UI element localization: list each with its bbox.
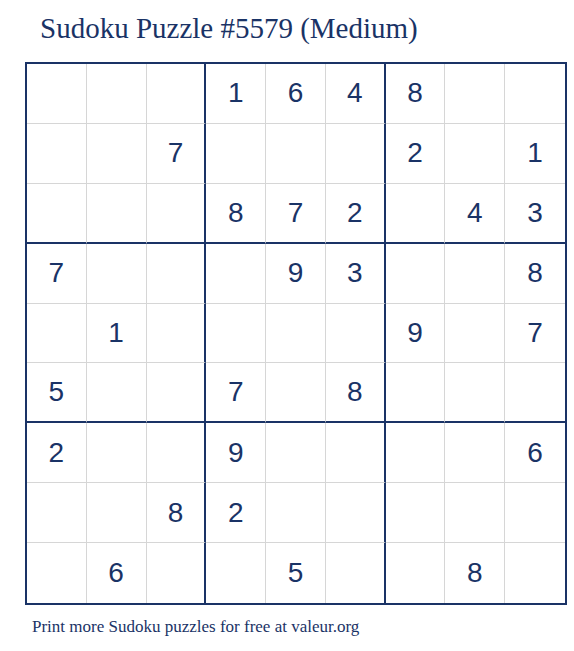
cell-r5c3 [147, 304, 207, 364]
cell-r8c3: 8 [147, 483, 207, 543]
cell-r1c6: 4 [326, 64, 386, 124]
cell-r4c4 [206, 244, 266, 304]
cell-r1c7: 8 [386, 64, 446, 124]
cell-r2c5 [266, 124, 326, 184]
cell-r9c4 [206, 543, 266, 603]
cell-r8c2 [87, 483, 147, 543]
cell-r8c7 [386, 483, 446, 543]
cell-r2c3: 7 [147, 124, 207, 184]
cell-r8c5 [266, 483, 326, 543]
cell-r2c9: 1 [505, 124, 565, 184]
cell-r2c1 [27, 124, 87, 184]
cell-r7c9: 6 [505, 423, 565, 483]
footer-text: Print more Sudoku puzzles for free at va… [32, 617, 359, 637]
cell-r3c5: 7 [266, 184, 326, 244]
cell-r7c8 [445, 423, 505, 483]
cell-r3c2 [87, 184, 147, 244]
page-root: { "game": "sudoku", "title": "Sudoku Puz… [0, 0, 574, 651]
cell-r4c8 [445, 244, 505, 304]
cell-r6c9 [505, 363, 565, 423]
cell-r1c3 [147, 64, 207, 124]
cell-r6c1: 5 [27, 363, 87, 423]
cell-r8c9 [505, 483, 565, 543]
cell-r8c6 [326, 483, 386, 543]
cell-r5c2: 1 [87, 304, 147, 364]
cell-r6c5 [266, 363, 326, 423]
cell-r1c2 [87, 64, 147, 124]
cell-r4c5: 9 [266, 244, 326, 304]
cell-r5c5 [266, 304, 326, 364]
cell-r9c1 [27, 543, 87, 603]
cell-r5c9: 7 [505, 304, 565, 364]
cell-r9c7 [386, 543, 446, 603]
cell-r5c8 [445, 304, 505, 364]
cell-r8c4: 2 [206, 483, 266, 543]
cell-r4c6: 3 [326, 244, 386, 304]
cell-r7c7 [386, 423, 446, 483]
cell-r3c7 [386, 184, 446, 244]
cell-r4c9: 8 [505, 244, 565, 304]
cell-r1c9 [505, 64, 565, 124]
cell-r6c2 [87, 363, 147, 423]
cell-r6c8 [445, 363, 505, 423]
cell-r2c2 [87, 124, 147, 184]
cell-r3c3 [147, 184, 207, 244]
cell-r7c4: 9 [206, 423, 266, 483]
cell-r4c3 [147, 244, 207, 304]
cell-r1c8 [445, 64, 505, 124]
cell-r1c1 [27, 64, 87, 124]
cell-r4c7 [386, 244, 446, 304]
cell-r9c6 [326, 543, 386, 603]
cell-r4c2 [87, 244, 147, 304]
cell-r2c6 [326, 124, 386, 184]
cell-r1c5: 6 [266, 64, 326, 124]
cell-r3c6: 2 [326, 184, 386, 244]
puzzle-title: Sudoku Puzzle #5579 (Medium) [40, 12, 418, 45]
cell-r1c4: 1 [206, 64, 266, 124]
cell-r7c1: 2 [27, 423, 87, 483]
cell-r6c7 [386, 363, 446, 423]
cell-r7c5 [266, 423, 326, 483]
cell-r6c3 [147, 363, 207, 423]
cell-r2c8 [445, 124, 505, 184]
cell-r9c8: 8 [445, 543, 505, 603]
cell-r6c4: 7 [206, 363, 266, 423]
cell-r9c2: 6 [87, 543, 147, 603]
cell-r5c4 [206, 304, 266, 364]
cell-r5c1 [27, 304, 87, 364]
cell-r3c9: 3 [505, 184, 565, 244]
cell-r9c5: 5 [266, 543, 326, 603]
cell-r7c3 [147, 423, 207, 483]
cell-r5c6 [326, 304, 386, 364]
cell-r8c8 [445, 483, 505, 543]
cell-r3c1 [27, 184, 87, 244]
sudoku-grid: 164872187243793819757829682658 [25, 62, 567, 605]
cell-r5c7: 9 [386, 304, 446, 364]
cell-r2c4 [206, 124, 266, 184]
cell-r3c4: 8 [206, 184, 266, 244]
cell-r3c8: 4 [445, 184, 505, 244]
cell-r9c3 [147, 543, 207, 603]
cell-r4c1: 7 [27, 244, 87, 304]
cell-r8c1 [27, 483, 87, 543]
cell-r6c6: 8 [326, 363, 386, 423]
cell-r7c6 [326, 423, 386, 483]
cell-r9c9 [505, 543, 565, 603]
cell-r7c2 [87, 423, 147, 483]
cell-r2c7: 2 [386, 124, 446, 184]
